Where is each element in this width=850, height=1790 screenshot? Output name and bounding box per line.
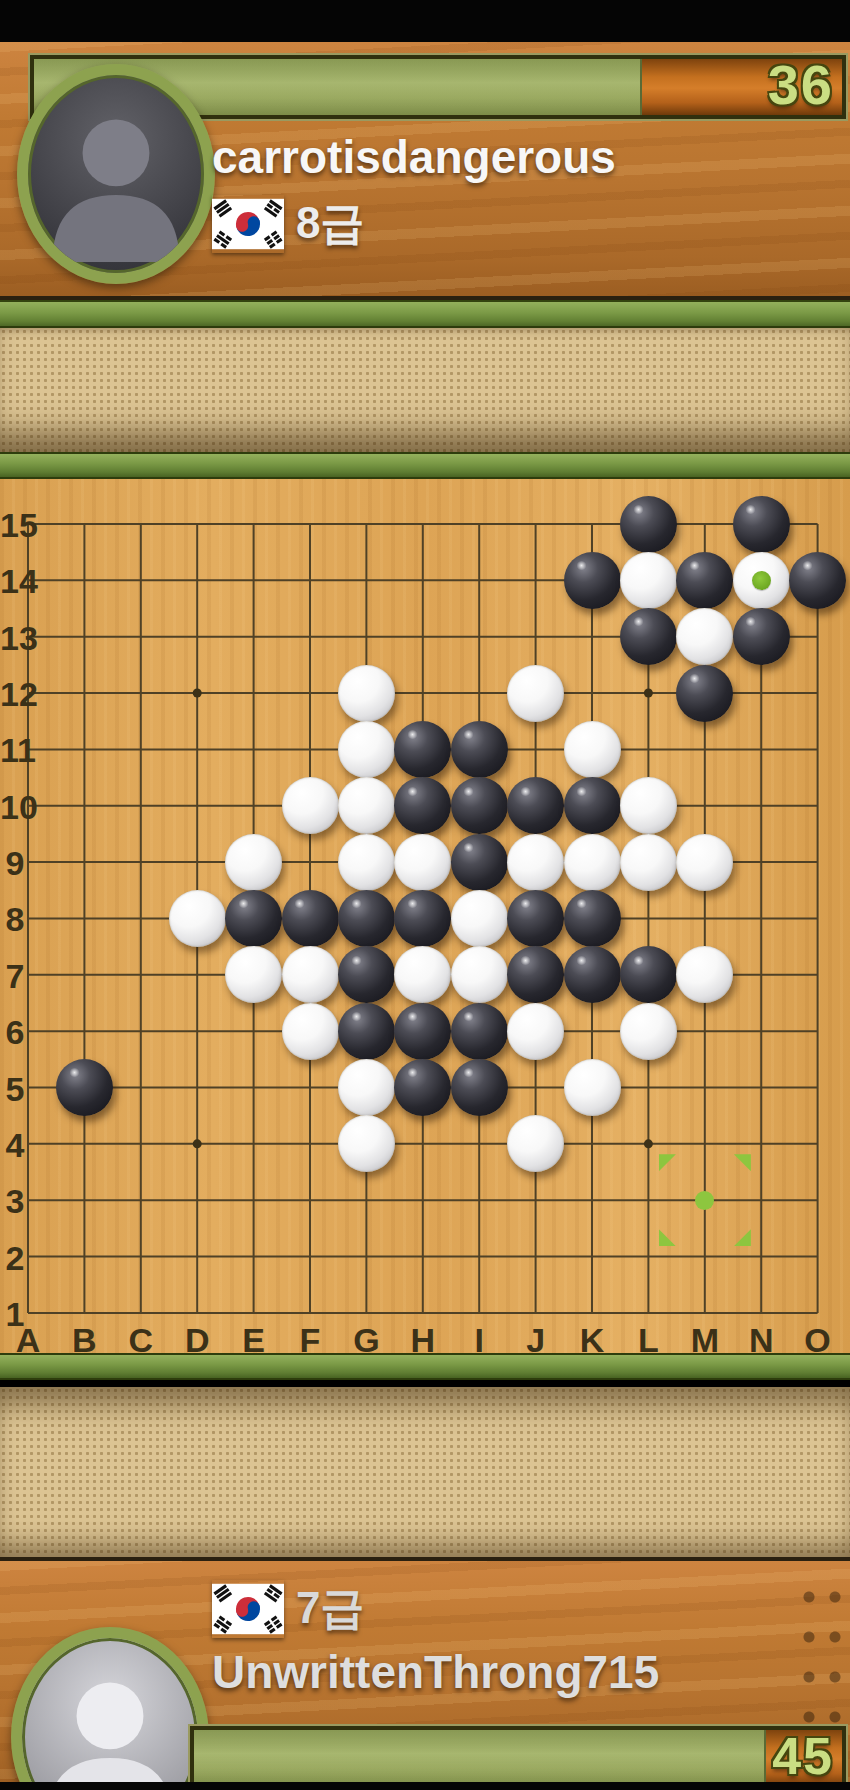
black-stone-H10 [394, 777, 451, 834]
black-stone-L7 [620, 946, 677, 1003]
black-stone-J8 [507, 890, 564, 947]
person-silhouette-icon [28, 75, 204, 273]
white-stone-G10 [338, 777, 395, 834]
go-board[interactable]: 151413121110987654321 ABCDEFGHIJKLMNO [0, 479, 850, 1353]
top-player-time: 36 [768, 55, 834, 117]
black-stone-G7 [338, 946, 395, 1003]
white-stone-M9 [676, 834, 733, 891]
white-stone-J9 [507, 834, 564, 891]
dotted-texture-lower [0, 1387, 850, 1557]
black-stone-H11 [394, 721, 451, 778]
top-player-rank: 8급 [296, 194, 364, 253]
black-stone-E8 [225, 890, 282, 947]
black-stone-I9 [451, 834, 508, 891]
white-stone-L9 [620, 834, 677, 891]
top-player-panel: 36 carrotisdangerous [0, 42, 850, 301]
black-stone-H8 [394, 890, 451, 947]
white-stone-H7 [394, 946, 451, 1003]
status-bar-top [0, 0, 850, 42]
white-stone-J6 [507, 1003, 564, 1060]
decor-band-upper [0, 296, 850, 452]
black-stone-J7 [507, 946, 564, 1003]
black-stone-J10 [507, 777, 564, 834]
white-stone-M7 [676, 946, 733, 1003]
south-korea-flag-icon [212, 195, 284, 253]
black-stone-I10 [451, 777, 508, 834]
board-edge-bottom [0, 1353, 850, 1380]
bottom-player-rank-row: 7급 [212, 1579, 364, 1638]
top-player-name: carrotisdangerous [212, 130, 616, 184]
white-stone-G5 [338, 1059, 395, 1116]
black-stone-F8 [282, 890, 339, 947]
board-edge-top [0, 452, 850, 479]
black-stone-B5 [56, 1059, 113, 1116]
white-stone-I7 [451, 946, 508, 1003]
white-stone-J12 [507, 665, 564, 722]
white-stone-I8 [451, 890, 508, 947]
decor-band-lower [0, 1381, 850, 1557]
white-stone-J4 [507, 1115, 564, 1172]
white-stone-F10 [282, 777, 339, 834]
white-stone-K5 [564, 1059, 621, 1116]
top-player-rank-row: 8급 [212, 194, 364, 253]
black-stone-N13 [733, 608, 790, 665]
black-stone-L13 [620, 608, 677, 665]
black-stone-I6 [451, 1003, 508, 1060]
black-stone-H6 [394, 1003, 451, 1060]
black-stone-G8 [338, 890, 395, 947]
last-move-marker [752, 571, 771, 590]
white-stone-K9 [564, 834, 621, 891]
white-stone-G11 [338, 721, 395, 778]
black-stone-N15 [733, 496, 790, 553]
white-stone-L10 [620, 777, 677, 834]
white-stone-G9 [338, 834, 395, 891]
dotted-texture-upper [0, 328, 850, 452]
top-player-avatar[interactable] [17, 64, 215, 284]
white-stone-E9 [225, 834, 282, 891]
white-stone-F7 [282, 946, 339, 1003]
black-stone-K8 [564, 890, 621, 947]
black-stone-G6 [338, 1003, 395, 1060]
black-stone-M14 [676, 552, 733, 609]
black-stone-I5 [451, 1059, 508, 1116]
white-stone-F6 [282, 1003, 339, 1060]
black-stone-M12 [676, 665, 733, 722]
bottom-player-time-fill [194, 1730, 766, 1786]
game-screen: 36 carrotisdangerous [0, 0, 850, 1790]
bottom-player-rank: 7급 [296, 1579, 364, 1638]
white-stone-L14 [620, 552, 677, 609]
move-cursor[interactable] [659, 1154, 751, 1246]
white-stone-G12 [338, 665, 395, 722]
green-divider-upper [0, 300, 850, 328]
white-stone-D8 [169, 890, 226, 947]
bottom-player-panel: 7급 UnwrittenThrong715 45 [0, 1557, 850, 1786]
white-stone-H9 [394, 834, 451, 891]
bottom-player-avatar[interactable] [11, 1627, 209, 1786]
white-stone-G4 [338, 1115, 395, 1172]
white-stone-N14 [733, 552, 790, 609]
white-stone-L6 [620, 1003, 677, 1060]
white-stone-K11 [564, 721, 621, 778]
board-grid[interactable] [0, 496, 846, 1341]
black-stone-L15 [620, 496, 677, 553]
south-korea-flag-icon [212, 1580, 284, 1638]
black-stone-H5 [394, 1059, 451, 1116]
black-stone-K10 [564, 777, 621, 834]
person-silhouette-icon [22, 1638, 198, 1786]
white-stone-M13 [676, 608, 733, 665]
white-stone-E7 [225, 946, 282, 1003]
black-stone-K7 [564, 946, 621, 1003]
black-stone-I11 [451, 721, 508, 778]
bottom-player-time-bar: 45 [190, 1726, 846, 1786]
bottom-player-time: 45 [772, 1726, 834, 1786]
bottom-player-name: UnwrittenThrong715 [212, 1645, 659, 1699]
black-stone-O14 [789, 552, 846, 609]
status-bar-bottom [0, 1782, 850, 1790]
black-stone-K14 [564, 552, 621, 609]
